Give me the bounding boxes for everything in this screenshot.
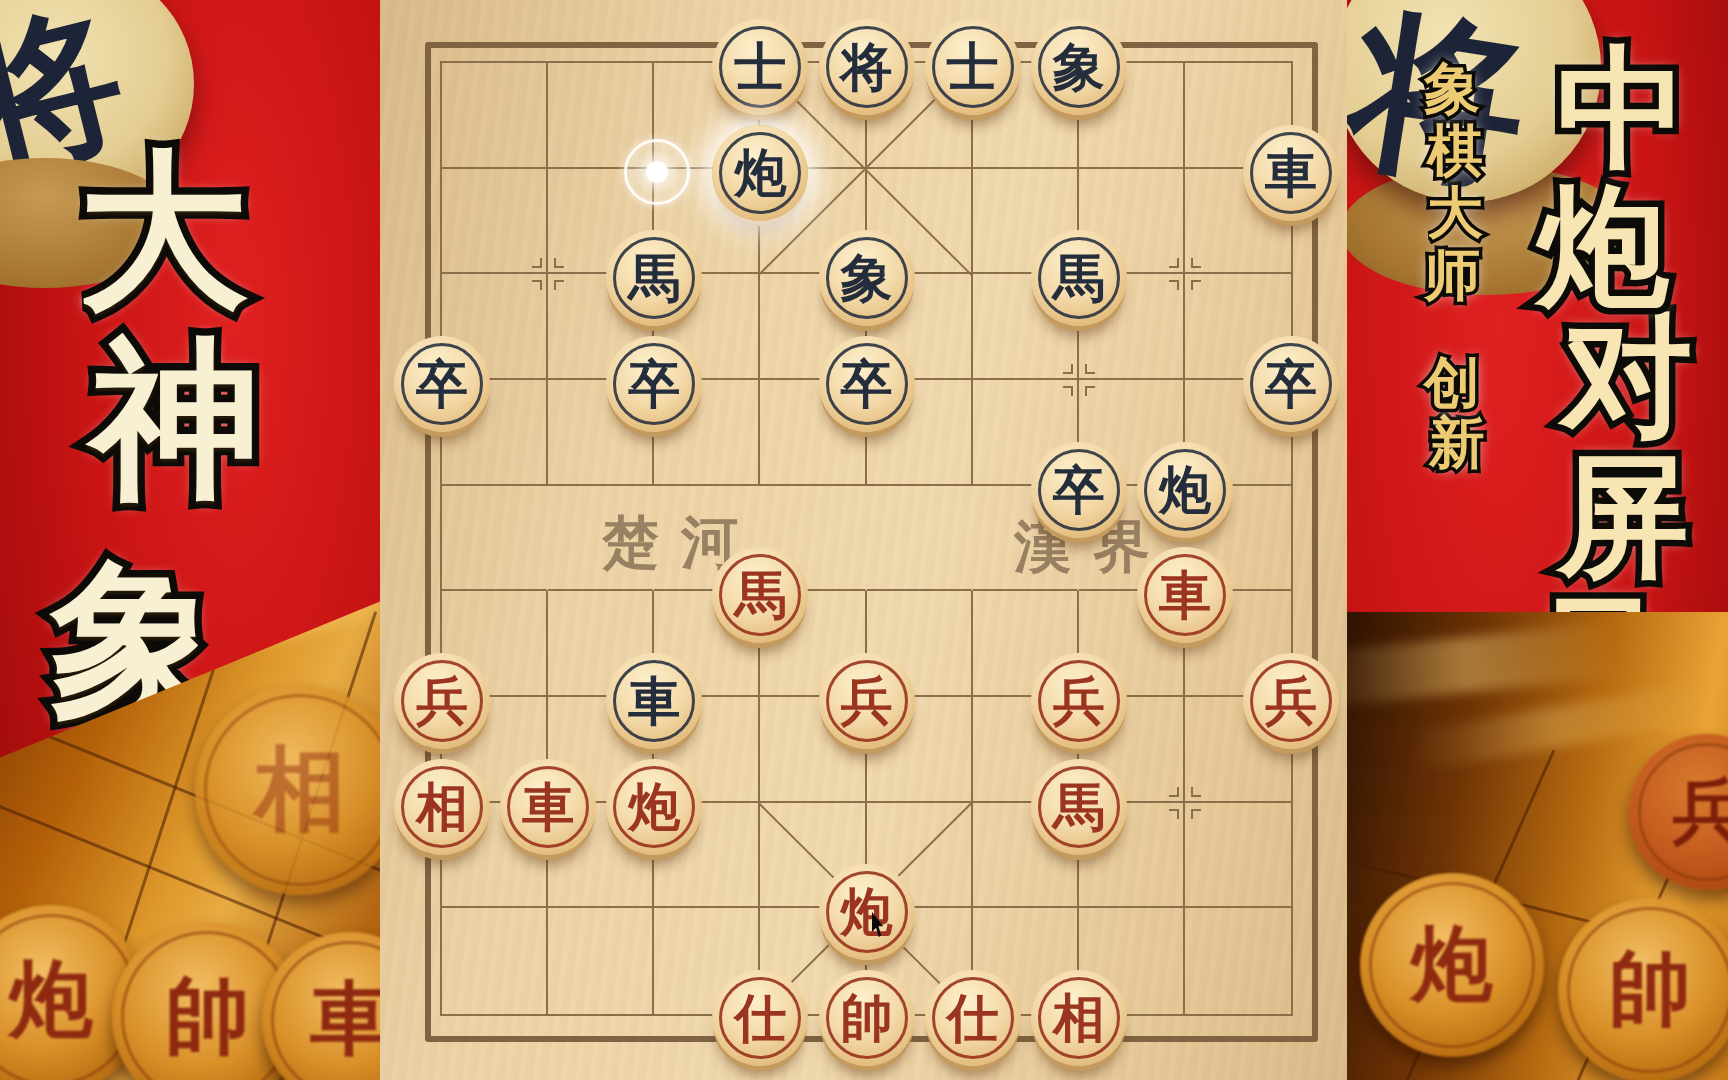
piece-glyph: 卒 (841, 358, 893, 410)
black-piece-卒[interactable]: 卒 (819, 336, 915, 432)
black-piece-卒[interactable]: 卒 (1243, 336, 1339, 432)
piece-glyph: 炮 (841, 886, 893, 938)
piece-glyph: 士 (947, 41, 999, 93)
piece-glyph: 兵 (1053, 675, 1105, 727)
photo-piece-chariot: 車 (262, 932, 380, 1080)
piece-glyph: 卒 (1265, 358, 1317, 410)
red-piece-炮[interactable]: 炮 (819, 864, 915, 960)
point-marker (1063, 386, 1073, 396)
red-piece-兵[interactable]: 兵 (819, 653, 915, 749)
red-piece-仕[interactable]: 仕 (925, 970, 1021, 1066)
point-marker (1085, 386, 1095, 396)
piece-glyph: 相 (1053, 992, 1105, 1044)
piece-glyph: 兵 (1265, 675, 1317, 727)
red-piece-兵[interactable]: 兵 (394, 653, 490, 749)
red-piece-兵[interactable]: 兵 (1031, 653, 1127, 749)
black-piece-卒[interactable]: 卒 (394, 336, 490, 432)
title-char: 中中 (1523, 13, 1721, 203)
piece-glyph: 卒 (1053, 464, 1105, 516)
piece-glyph: 馬 (1053, 252, 1105, 304)
point-marker (532, 258, 542, 268)
point-marker (1191, 258, 1201, 268)
piece-glyph: 卒 (628, 358, 680, 410)
point-marker (554, 280, 564, 290)
piece-glyph: 炮 (628, 781, 680, 833)
point-marker (532, 280, 542, 290)
black-piece-卒[interactable]: 卒 (606, 336, 702, 432)
photo-piece-cannon: 炮 (1360, 873, 1544, 1057)
right-gold-pieces-photo: 兵 炮 帥 (1347, 612, 1728, 1080)
piece-glyph: 炮 (734, 147, 786, 199)
black-piece-士[interactable]: 士 (712, 19, 808, 115)
point-marker (1191, 809, 1201, 819)
point-marker (1169, 280, 1179, 290)
piece-glyph: 馬 (1053, 781, 1105, 833)
piece-glyph: 将 (841, 41, 893, 93)
right-banner-panel: 将 新新创创师师大大棋棋象象 马马风风屏屏对对炮炮中中 兵 炮 帥 (1347, 0, 1728, 1080)
point-marker (1169, 787, 1179, 797)
black-piece-象[interactable]: 象 (1031, 19, 1127, 115)
piece-glyph: 車 (1265, 147, 1317, 199)
red-piece-炮[interactable]: 炮 (606, 759, 702, 855)
black-piece-炮[interactable]: 炮 (712, 125, 808, 221)
title-char: 创创 (1410, 342, 1494, 423)
piece-glyph: 馬 (734, 569, 786, 621)
piece-glyph: 相 (416, 781, 468, 833)
photo-piece-partial: 兵 (1629, 734, 1728, 890)
black-piece-卒[interactable]: 卒 (1031, 442, 1127, 538)
black-piece-炮[interactable]: 炮 (1137, 442, 1233, 538)
point-marker (1191, 280, 1201, 290)
black-piece-士[interactable]: 士 (925, 19, 1021, 115)
black-piece-象[interactable]: 象 (819, 230, 915, 326)
piece-glyph: 車 (628, 675, 680, 727)
black-piece-将[interactable]: 将 (819, 19, 915, 115)
red-piece-仕[interactable]: 仕 (712, 970, 808, 1066)
piece-glyph: 仕 (734, 992, 786, 1044)
photo-piece-general: 帥 (1558, 898, 1728, 1080)
point-marker (1063, 364, 1073, 374)
piece-glyph: 仕 (947, 992, 999, 1044)
black-piece-馬[interactable]: 馬 (1031, 230, 1127, 326)
red-piece-馬[interactable]: 馬 (712, 547, 808, 643)
photo-piece-blurred: 相 (195, 685, 380, 895)
piece-glyph: 炮 (1159, 464, 1211, 516)
black-piece-馬[interactable]: 馬 (606, 230, 702, 326)
piece-glyph: 象 (841, 252, 893, 304)
board-overlay: 楚河 漢界 士将士象炮車馬象馬卒卒卒卒卒炮車馬車兵兵兵兵相車炮馬炮仕帥仕相 (442, 63, 1291, 1014)
title-char: 大大 (36, 108, 291, 353)
point-marker (1085, 364, 1095, 374)
piece-glyph: 兵 (416, 675, 468, 727)
red-piece-兵[interactable]: 兵 (1243, 653, 1339, 749)
piece-glyph: 卒 (416, 358, 468, 410)
piece-glyph: 車 (522, 781, 574, 833)
piece-glyph: 馬 (628, 252, 680, 304)
point-marker (554, 258, 564, 268)
xiangqi-board[interactable]: 楚河 漢界 士将士象炮車馬象馬卒卒卒卒卒炮車馬車兵兵兵兵相車炮馬炮仕帥仕相 (380, 0, 1347, 1080)
red-piece-帥[interactable]: 帥 (819, 970, 915, 1066)
red-piece-相[interactable]: 相 (1031, 970, 1127, 1066)
red-piece-車[interactable]: 車 (1137, 547, 1233, 643)
black-piece-車[interactable]: 車 (1243, 125, 1339, 221)
red-piece-車[interactable]: 車 (500, 759, 596, 855)
piece-glyph: 兵 (841, 675, 893, 727)
move-highlight (624, 139, 690, 205)
red-piece-相[interactable]: 相 (394, 759, 490, 855)
black-piece-車[interactable]: 車 (606, 653, 702, 749)
piece-glyph: 士 (734, 41, 786, 93)
left-banner-panel: 将 棋棋象象神神大大 相 炮 帥 車 (0, 0, 380, 1080)
point-marker (1169, 809, 1179, 819)
point-marker (1169, 258, 1179, 268)
title-char: 象象 (1410, 48, 1494, 129)
piece-glyph: 帥 (841, 992, 893, 1044)
point-marker (1191, 787, 1201, 797)
video-frame: { "game": "xiangqi (Chinese chess)", "po… (0, 0, 1728, 1080)
piece-glyph: 車 (1159, 569, 1211, 621)
red-piece-馬[interactable]: 馬 (1031, 759, 1127, 855)
piece-glyph: 象 (1053, 41, 1105, 93)
